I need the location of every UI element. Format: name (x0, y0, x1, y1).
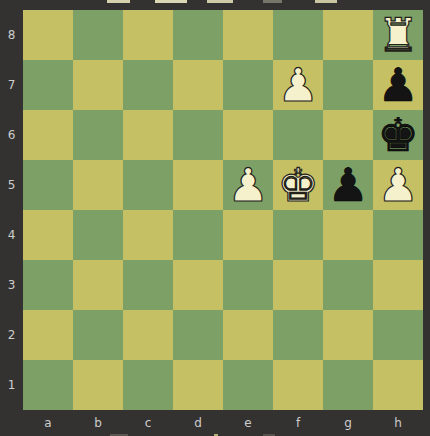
square-g7[interactable] (323, 60, 373, 110)
square-h3[interactable] (373, 260, 423, 310)
clipped-piece-fragment (207, 0, 233, 3)
square-a1[interactable] (23, 360, 73, 410)
square-d2[interactable] (173, 310, 223, 360)
square-e7[interactable] (223, 60, 273, 110)
file-label-c: c (123, 410, 173, 432)
square-h7[interactable]: ♟ (373, 60, 423, 110)
square-h4[interactable] (373, 210, 423, 260)
rank-label-1: 1 (0, 360, 23, 410)
square-d7[interactable] (173, 60, 223, 110)
square-a7[interactable] (23, 60, 73, 110)
square-b2[interactable] (73, 310, 123, 360)
file-label-a: a (23, 410, 73, 432)
rank-labels: 87654321 (0, 10, 23, 410)
square-c6[interactable] (123, 110, 173, 160)
square-c7[interactable] (123, 60, 173, 110)
square-f8[interactable] (273, 10, 323, 60)
square-b7[interactable] (73, 60, 123, 110)
file-label-h: h (373, 410, 423, 432)
square-h5[interactable]: ♟ (373, 160, 423, 210)
square-d6[interactable] (173, 110, 223, 160)
square-g1[interactable] (323, 360, 373, 410)
chess-board: ♜♟♟♚♟♚♟♟ (23, 10, 423, 410)
square-h8[interactable]: ♜ (373, 10, 423, 60)
square-e4[interactable] (223, 210, 273, 260)
piece-white-pawn[interactable]: ♟ (277, 60, 318, 110)
square-d8[interactable] (173, 10, 223, 60)
piece-black-pawn[interactable]: ♟ (327, 160, 368, 210)
rank-label-8: 8 (0, 10, 23, 60)
file-label-d: d (173, 410, 223, 432)
square-h6[interactable]: ♚ (373, 110, 423, 160)
chess-app-screen: 87654321 ♜♟♟♚♟♚♟♟ abcdefgh (0, 0, 430, 436)
square-d1[interactable] (173, 360, 223, 410)
square-a4[interactable] (23, 210, 73, 260)
square-f3[interactable] (273, 260, 323, 310)
square-c5[interactable] (123, 160, 173, 210)
rank-label-6: 6 (0, 110, 23, 160)
square-f2[interactable] (273, 310, 323, 360)
square-g6[interactable] (323, 110, 373, 160)
file-label-g: g (323, 410, 373, 432)
clipped-piece-fragment (263, 0, 282, 3)
square-c4[interactable] (123, 210, 173, 260)
rank-label-3: 3 (0, 260, 23, 310)
rank-label-4: 4 (0, 210, 23, 260)
square-e3[interactable] (223, 260, 273, 310)
square-a3[interactable] (23, 260, 73, 310)
clipped-piece-fragment (107, 0, 130, 3)
square-f4[interactable] (273, 210, 323, 260)
clipped-piece-fragment (315, 0, 337, 3)
square-a8[interactable] (23, 10, 73, 60)
rank-label-7: 7 (0, 60, 23, 110)
square-b8[interactable] (73, 10, 123, 60)
piece-white-pawn[interactable]: ♟ (227, 160, 268, 210)
square-g3[interactable] (323, 260, 373, 310)
square-c3[interactable] (123, 260, 173, 310)
square-c2[interactable] (123, 310, 173, 360)
square-d3[interactable] (173, 260, 223, 310)
square-d5[interactable] (173, 160, 223, 210)
file-label-b: b (73, 410, 123, 432)
rank-label-5: 5 (0, 160, 23, 210)
square-h2[interactable] (373, 310, 423, 360)
square-e8[interactable] (223, 10, 273, 60)
rank-label-2: 2 (0, 310, 23, 360)
file-label-e: e (223, 410, 273, 432)
square-f5[interactable]: ♚ (273, 160, 323, 210)
clipped-piece-fragment (155, 0, 187, 3)
square-c8[interactable] (123, 10, 173, 60)
piece-black-king[interactable]: ♚ (377, 110, 418, 160)
square-b4[interactable] (73, 210, 123, 260)
piece-white-king[interactable]: ♚ (277, 160, 318, 210)
square-g8[interactable] (323, 10, 373, 60)
piece-white-rook[interactable]: ♜ (377, 10, 418, 60)
square-a6[interactable] (23, 110, 73, 160)
file-label-f: f (273, 410, 323, 432)
square-h1[interactable] (373, 360, 423, 410)
square-f6[interactable] (273, 110, 323, 160)
square-e2[interactable] (223, 310, 273, 360)
square-b6[interactable] (73, 110, 123, 160)
square-b5[interactable] (73, 160, 123, 210)
square-a5[interactable] (23, 160, 73, 210)
square-f1[interactable] (273, 360, 323, 410)
square-d4[interactable] (173, 210, 223, 260)
square-a2[interactable] (23, 310, 73, 360)
piece-white-pawn[interactable]: ♟ (377, 160, 418, 210)
square-e5[interactable]: ♟ (223, 160, 273, 210)
square-g4[interactable] (323, 210, 373, 260)
square-b3[interactable] (73, 260, 123, 310)
square-e1[interactable] (223, 360, 273, 410)
piece-black-pawn[interactable]: ♟ (377, 60, 418, 110)
square-b1[interactable] (73, 360, 123, 410)
square-f7[interactable]: ♟ (273, 60, 323, 110)
square-g2[interactable] (323, 310, 373, 360)
square-g5[interactable]: ♟ (323, 160, 373, 210)
square-c1[interactable] (123, 360, 173, 410)
file-labels: abcdefgh (23, 410, 423, 432)
square-e6[interactable] (223, 110, 273, 160)
